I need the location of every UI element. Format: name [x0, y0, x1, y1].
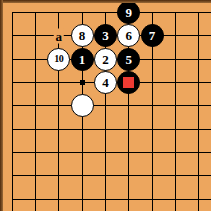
stone-white-plain[interactable]: [71, 94, 94, 117]
go-board: a98367101254: [0, 0, 211, 211]
grid-line-horizontal: [12, 105, 211, 106]
grid-line-vertical: [12, 13, 13, 212]
red-square-marker: [123, 77, 134, 88]
stone-white-10[interactable]: 10: [47, 48, 70, 71]
stone-white-2[interactable]: 2: [94, 48, 117, 71]
stone-white-4[interactable]: 4: [94, 71, 117, 94]
board-frame-left: [0, 0, 3, 211]
point-label-a[interactable]: a: [53, 28, 64, 43]
stone-white-6[interactable]: 6: [117, 24, 140, 47]
stone-black-3[interactable]: 3: [94, 24, 117, 47]
stone-white-8[interactable]: 8: [71, 24, 94, 47]
stone-black-1[interactable]: 1: [71, 48, 94, 71]
grid-line-horizontal: [12, 129, 211, 130]
grid-line-horizontal: [12, 199, 211, 200]
grid-line-vertical: [198, 13, 199, 212]
stone-black-5[interactable]: 5: [117, 48, 140, 71]
star-point: [80, 80, 85, 85]
grid-line-vertical: [35, 13, 36, 212]
grid-line-horizontal: [12, 12, 211, 13]
grid-line-horizontal: [12, 175, 211, 176]
board-frame-top: [0, 0, 211, 3]
stone-black-marked[interactable]: [117, 71, 140, 94]
stone-black-7[interactable]: 7: [141, 24, 164, 47]
stone-black-9[interactable]: 9: [117, 1, 140, 24]
grid-line-vertical: [175, 13, 176, 212]
grid-line-horizontal: [12, 152, 211, 153]
